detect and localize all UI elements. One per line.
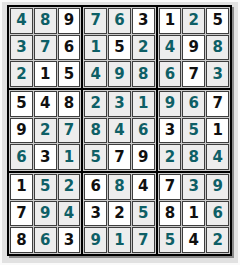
cell-r8c6[interactable]: 5 <box>132 201 155 227</box>
cell-r9c8[interactable]: 4 <box>182 227 205 253</box>
cell-r8c7[interactable]: 8 <box>159 201 182 227</box>
cell-r7c4[interactable]: 6 <box>84 174 107 200</box>
sudoku-board: 4893762157631524981254986735489276312318… <box>7 5 232 256</box>
cell-r1c6[interactable]: 3 <box>132 8 155 34</box>
cell-r6c8[interactable]: 8 <box>182 144 205 170</box>
sudoku-box-3: 125498673 <box>158 7 230 88</box>
sudoku-box-9: 739816542 <box>158 173 230 254</box>
cell-r5c5[interactable]: 4 <box>108 118 131 144</box>
cell-r1c9[interactable]: 5 <box>206 8 229 34</box>
cell-r1c5[interactable]: 6 <box>108 8 131 34</box>
cell-r6c2[interactable]: 3 <box>34 144 57 170</box>
cell-r2c1[interactable]: 3 <box>10 35 33 61</box>
cell-r6c9[interactable]: 4 <box>206 144 229 170</box>
cell-r3c6[interactable]: 8 <box>132 61 155 87</box>
cell-r2c7[interactable]: 4 <box>159 35 182 61</box>
cell-r5c6[interactable]: 6 <box>132 118 155 144</box>
sudoku-box-2: 763152498 <box>83 7 155 88</box>
cell-r4c7[interactable]: 9 <box>159 91 182 117</box>
cell-r5c7[interactable]: 3 <box>159 118 182 144</box>
cell-r3c8[interactable]: 7 <box>182 61 205 87</box>
cell-r7c2[interactable]: 5 <box>34 174 57 200</box>
cell-r8c1[interactable]: 7 <box>10 201 33 227</box>
sudoku-box-1: 489376215 <box>9 7 81 88</box>
app-window: 4893762157631524981254986735489276312318… <box>0 0 240 265</box>
cell-r1c7[interactable]: 1 <box>159 8 182 34</box>
cell-r3c5[interactable]: 9 <box>108 61 131 87</box>
cell-r1c4[interactable]: 7 <box>84 8 107 34</box>
cell-r7c5[interactable]: 8 <box>108 174 131 200</box>
cell-r7c6[interactable]: 4 <box>132 174 155 200</box>
sudoku-box-5: 231846579 <box>83 90 155 171</box>
sudoku-box-8: 684325917 <box>83 173 155 254</box>
cell-r5c3[interactable]: 7 <box>58 118 81 144</box>
cell-r5c4[interactable]: 8 <box>84 118 107 144</box>
cell-r6c6[interactable]: 9 <box>132 144 155 170</box>
cell-r2c9[interactable]: 8 <box>206 35 229 61</box>
cell-r9c4[interactable]: 9 <box>84 227 107 253</box>
cell-r7c1[interactable]: 1 <box>10 174 33 200</box>
cell-r8c2[interactable]: 9 <box>34 201 57 227</box>
cell-r3c2[interactable]: 1 <box>34 61 57 87</box>
cell-r7c3[interactable]: 2 <box>58 174 81 200</box>
cell-r9c1[interactable]: 8 <box>10 227 33 253</box>
cell-r2c8[interactable]: 9 <box>182 35 205 61</box>
cell-r9c3[interactable]: 3 <box>58 227 81 253</box>
cell-r8c4[interactable]: 3 <box>84 201 107 227</box>
cell-r8c8[interactable]: 1 <box>182 201 205 227</box>
cell-r4c1[interactable]: 5 <box>10 91 33 117</box>
cell-r9c9[interactable]: 2 <box>206 227 229 253</box>
cell-r2c5[interactable]: 5 <box>108 35 131 61</box>
cell-r2c2[interactable]: 7 <box>34 35 57 61</box>
cell-r1c2[interactable]: 8 <box>34 8 57 34</box>
cell-r6c5[interactable]: 7 <box>108 144 131 170</box>
cell-r4c4[interactable]: 2 <box>84 91 107 117</box>
sudoku-box-6: 967351284 <box>158 90 230 171</box>
cell-r5c1[interactable]: 9 <box>10 118 33 144</box>
cell-r4c3[interactable]: 8 <box>58 91 81 117</box>
cell-r7c8[interactable]: 3 <box>182 174 205 200</box>
cell-r1c1[interactable]: 4 <box>10 8 33 34</box>
sudoku-box-7: 152794863 <box>9 173 81 254</box>
cell-r4c9[interactable]: 7 <box>206 91 229 117</box>
cell-r4c8[interactable]: 6 <box>182 91 205 117</box>
cell-r4c6[interactable]: 1 <box>132 91 155 117</box>
cell-r4c2[interactable]: 4 <box>34 91 57 117</box>
cell-r9c5[interactable]: 1 <box>108 227 131 253</box>
sudoku-box-4: 548927631 <box>9 90 81 171</box>
cell-r6c4[interactable]: 5 <box>84 144 107 170</box>
cell-r2c4[interactable]: 1 <box>84 35 107 61</box>
cell-r3c4[interactable]: 4 <box>84 61 107 87</box>
cell-r2c6[interactable]: 2 <box>132 35 155 61</box>
cell-r3c9[interactable]: 3 <box>206 61 229 87</box>
cell-r6c3[interactable]: 1 <box>58 144 81 170</box>
cell-r5c8[interactable]: 5 <box>182 118 205 144</box>
cell-r3c3[interactable]: 5 <box>58 61 81 87</box>
cell-r2c3[interactable]: 6 <box>58 35 81 61</box>
cell-r5c9[interactable]: 1 <box>206 118 229 144</box>
cell-r8c9[interactable]: 6 <box>206 201 229 227</box>
cell-r8c5[interactable]: 2 <box>108 201 131 227</box>
cell-r4c5[interactable]: 3 <box>108 91 131 117</box>
cell-r9c2[interactable]: 6 <box>34 227 57 253</box>
cell-r3c7[interactable]: 6 <box>159 61 182 87</box>
cell-r1c8[interactable]: 2 <box>182 8 205 34</box>
cell-r7c9[interactable]: 9 <box>206 174 229 200</box>
cell-r6c7[interactable]: 2 <box>159 144 182 170</box>
cell-r5c2[interactable]: 2 <box>34 118 57 144</box>
cell-r9c6[interactable]: 7 <box>132 227 155 253</box>
cell-r7c7[interactable]: 7 <box>159 174 182 200</box>
cell-r1c3[interactable]: 9 <box>58 8 81 34</box>
cell-r8c3[interactable]: 4 <box>58 201 81 227</box>
cell-r9c7[interactable]: 5 <box>159 227 182 253</box>
cell-r3c1[interactable]: 2 <box>10 61 33 87</box>
cell-r6c1[interactable]: 6 <box>10 144 33 170</box>
